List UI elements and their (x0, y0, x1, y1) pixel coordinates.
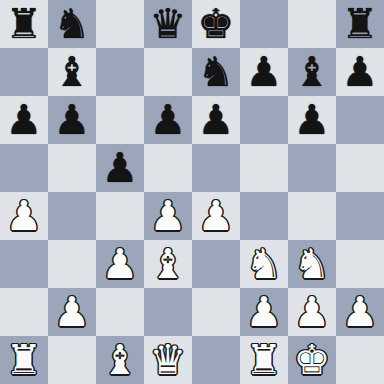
piece-white-queen[interactable]: ♛ (150, 336, 187, 384)
piece-white-pawn[interactable]: ♟ (294, 288, 331, 336)
square-b3[interactable] (48, 240, 96, 288)
square-g8[interactable] (288, 0, 336, 48)
piece-black-pawn[interactable]: ♟ (54, 96, 91, 144)
square-f7[interactable]: ♟ (240, 48, 288, 96)
square-a2[interactable] (0, 288, 48, 336)
square-g7[interactable]: ♝ (288, 48, 336, 96)
piece-black-pawn[interactable]: ♟ (102, 144, 139, 192)
piece-black-bishop[interactable]: ♝ (294, 48, 331, 96)
piece-white-knight[interactable]: ♞ (246, 240, 283, 288)
square-h8[interactable]: ♜ (336, 0, 384, 48)
square-d2[interactable] (144, 288, 192, 336)
piece-black-rook[interactable]: ♜ (342, 0, 379, 48)
square-e6[interactable]: ♟ (192, 96, 240, 144)
piece-black-knight[interactable]: ♞ (54, 0, 91, 48)
square-g5[interactable] (288, 144, 336, 192)
square-b7[interactable]: ♝ (48, 48, 96, 96)
square-h4[interactable] (336, 192, 384, 240)
square-d6[interactable]: ♟ (144, 96, 192, 144)
piece-white-pawn[interactable]: ♟ (6, 192, 43, 240)
square-c2[interactable] (96, 288, 144, 336)
square-h7[interactable]: ♟ (336, 48, 384, 96)
piece-white-bishop[interactable]: ♝ (150, 240, 187, 288)
square-g2[interactable]: ♟ (288, 288, 336, 336)
square-b8[interactable]: ♞ (48, 0, 96, 48)
square-c8[interactable] (96, 0, 144, 48)
piece-white-knight[interactable]: ♞ (294, 240, 331, 288)
square-a5[interactable] (0, 144, 48, 192)
square-g4[interactable] (288, 192, 336, 240)
piece-white-pawn[interactable]: ♟ (342, 288, 379, 336)
square-f8[interactable] (240, 0, 288, 48)
square-e4[interactable]: ♟ (192, 192, 240, 240)
square-g1[interactable]: ♚ (288, 336, 336, 384)
square-a7[interactable] (0, 48, 48, 96)
square-a8[interactable]: ♜ (0, 0, 48, 48)
square-e8[interactable]: ♚ (192, 0, 240, 48)
square-g3[interactable]: ♞ (288, 240, 336, 288)
square-b2[interactable]: ♟ (48, 288, 96, 336)
square-d3[interactable]: ♝ (144, 240, 192, 288)
piece-black-pawn[interactable]: ♟ (294, 96, 331, 144)
square-h3[interactable] (336, 240, 384, 288)
piece-black-queen[interactable]: ♛ (150, 0, 187, 48)
piece-black-rook[interactable]: ♜ (6, 0, 43, 48)
piece-black-pawn[interactable]: ♟ (198, 96, 235, 144)
piece-black-bishop[interactable]: ♝ (54, 48, 91, 96)
piece-black-pawn[interactable]: ♟ (150, 96, 187, 144)
square-f2[interactable]: ♟ (240, 288, 288, 336)
piece-white-pawn[interactable]: ♟ (198, 192, 235, 240)
square-a1[interactable]: ♜ (0, 336, 48, 384)
square-e7[interactable]: ♞ (192, 48, 240, 96)
piece-white-pawn[interactable]: ♟ (54, 288, 91, 336)
square-c1[interactable]: ♝ (96, 336, 144, 384)
piece-black-knight[interactable]: ♞ (198, 48, 235, 96)
square-f1[interactable]: ♜ (240, 336, 288, 384)
square-b1[interactable] (48, 336, 96, 384)
square-e2[interactable] (192, 288, 240, 336)
piece-white-king[interactable]: ♚ (294, 336, 331, 384)
piece-white-pawn[interactable]: ♟ (246, 288, 283, 336)
chess-board: ♜♞♛♚♜♝♞♟♝♟♟♟♟♟♟♟♟♟♟♟♝♞♞♟♟♟♟♜♝♛♜♚ (0, 0, 384, 384)
square-b5[interactable] (48, 144, 96, 192)
square-d7[interactable] (144, 48, 192, 96)
piece-white-pawn[interactable]: ♟ (102, 240, 139, 288)
square-a6[interactable]: ♟ (0, 96, 48, 144)
square-g6[interactable]: ♟ (288, 96, 336, 144)
square-f3[interactable]: ♞ (240, 240, 288, 288)
square-c5[interactable]: ♟ (96, 144, 144, 192)
square-e3[interactable] (192, 240, 240, 288)
piece-white-rook[interactable]: ♜ (246, 336, 283, 384)
piece-black-pawn[interactable]: ♟ (342, 48, 379, 96)
piece-black-king[interactable]: ♚ (198, 0, 235, 48)
square-d1[interactable]: ♛ (144, 336, 192, 384)
square-c3[interactable]: ♟ (96, 240, 144, 288)
square-h2[interactable]: ♟ (336, 288, 384, 336)
square-a3[interactable] (0, 240, 48, 288)
square-d4[interactable]: ♟ (144, 192, 192, 240)
square-h1[interactable] (336, 336, 384, 384)
square-e1[interactable] (192, 336, 240, 384)
piece-white-bishop[interactable]: ♝ (102, 336, 139, 384)
square-d5[interactable] (144, 144, 192, 192)
square-e5[interactable] (192, 144, 240, 192)
square-f4[interactable] (240, 192, 288, 240)
square-f6[interactable] (240, 96, 288, 144)
square-f5[interactable] (240, 144, 288, 192)
square-c6[interactable] (96, 96, 144, 144)
square-a4[interactable]: ♟ (0, 192, 48, 240)
square-c7[interactable] (96, 48, 144, 96)
square-c4[interactable] (96, 192, 144, 240)
square-h6[interactable] (336, 96, 384, 144)
square-h5[interactable] (336, 144, 384, 192)
piece-white-rook[interactable]: ♜ (6, 336, 43, 384)
square-b4[interactable] (48, 192, 96, 240)
piece-black-pawn[interactable]: ♟ (6, 96, 43, 144)
piece-white-pawn[interactable]: ♟ (150, 192, 187, 240)
piece-black-pawn[interactable]: ♟ (246, 48, 283, 96)
square-b6[interactable]: ♟ (48, 96, 96, 144)
square-d8[interactable]: ♛ (144, 0, 192, 48)
